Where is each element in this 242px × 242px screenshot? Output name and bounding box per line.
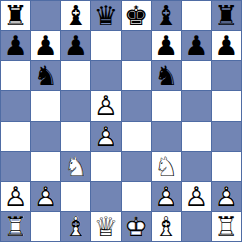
black-pawn-piece[interactable]: ♟ [64, 32, 88, 59]
black-king-icon: ♚ [124, 2, 148, 29]
square-c5[interactable] [61, 91, 90, 120]
square-c8[interactable]: ♝ [61, 1, 90, 30]
square-d5[interactable]: ♟♙ [91, 91, 120, 120]
square-f3[interactable]: ♞♘ [152, 152, 181, 181]
square-h7[interactable]: ♟ [212, 31, 241, 60]
square-d7[interactable] [91, 31, 120, 60]
square-g3[interactable] [182, 152, 211, 181]
square-e3[interactable] [122, 152, 151, 181]
square-d6[interactable] [91, 61, 120, 90]
square-c7[interactable]: ♟ [61, 31, 90, 60]
square-h8[interactable]: ♜ [212, 1, 241, 30]
white-pawn-piece[interactable]: ♟♙ [3, 183, 27, 210]
white-pawn-piece[interactable]: ♟♙ [184, 183, 208, 210]
square-b2[interactable]: ♟♙ [31, 182, 60, 211]
black-bishop-icon: ♝ [64, 2, 88, 29]
black-pawn-icon: ♟ [34, 32, 58, 59]
black-knight-piece[interactable]: ♞ [154, 62, 178, 89]
black-knight-piece[interactable]: ♞ [34, 62, 58, 89]
square-e6[interactable] [122, 61, 151, 90]
piece-outline-icon: ♙ [34, 183, 58, 210]
square-h2[interactable]: ♟♙ [212, 182, 241, 211]
square-f2[interactable]: ♟♙ [152, 182, 181, 211]
square-g1[interactable] [182, 212, 211, 241]
square-b1[interactable] [31, 212, 60, 241]
black-queen-icon: ♛ [94, 2, 118, 29]
square-a5[interactable] [1, 91, 30, 120]
black-knight-icon: ♞ [154, 62, 178, 89]
square-e5[interactable] [122, 91, 151, 120]
black-pawn-icon: ♟ [154, 32, 178, 59]
black-knight-icon: ♞ [34, 62, 58, 89]
piece-outline-icon: ♙ [94, 123, 118, 150]
square-h4[interactable] [212, 122, 241, 151]
square-h3[interactable] [212, 152, 241, 181]
square-e2[interactable] [122, 182, 151, 211]
square-h5[interactable] [212, 91, 241, 120]
chess-board: ♜♝♛♚♝♜♟♟♟♟♟♟♞♞♟♙♟♙♞♘♞♘♟♙♟♙♟♙♟♙♟♙♜♖♝♗♛♕♚♔… [0, 0, 242, 242]
square-b3[interactable] [31, 152, 60, 181]
square-d4[interactable]: ♟♙ [91, 122, 120, 151]
white-knight-piece[interactable]: ♞♘ [64, 153, 88, 180]
square-a6[interactable] [1, 61, 30, 90]
white-pawn-piece[interactable]: ♟♙ [94, 123, 118, 150]
black-rook-icon: ♜ [214, 2, 238, 29]
piece-outline-icon: ♘ [64, 153, 88, 180]
white-pawn-piece[interactable]: ♟♙ [34, 183, 58, 210]
square-e7[interactable] [122, 31, 151, 60]
white-queen-piece[interactable]: ♛♕ [94, 213, 118, 240]
square-a1[interactable]: ♜♖ [1, 212, 30, 241]
square-e1[interactable]: ♚♔ [122, 212, 151, 241]
square-a3[interactable] [1, 152, 30, 181]
white-king-piece[interactable]: ♚♔ [124, 213, 148, 240]
black-pawn-piece[interactable]: ♟ [34, 32, 58, 59]
white-rook-piece[interactable]: ♜♖ [214, 213, 238, 240]
square-c1[interactable]: ♝♗ [61, 212, 90, 241]
square-c4[interactable] [61, 122, 90, 151]
square-d8[interactable]: ♛ [91, 1, 120, 30]
black-bishop-piece[interactable]: ♝ [154, 2, 178, 29]
square-g4[interactable] [182, 122, 211, 151]
black-pawn-icon: ♟ [184, 32, 208, 59]
square-a7[interactable]: ♟ [1, 31, 30, 60]
square-b7[interactable]: ♟ [31, 31, 60, 60]
square-b5[interactable] [31, 91, 60, 120]
square-f1[interactable]: ♝♗ [152, 212, 181, 241]
white-rook-piece[interactable]: ♜♖ [3, 213, 27, 240]
square-a2[interactable]: ♟♙ [1, 182, 30, 211]
square-f4[interactable] [152, 122, 181, 151]
black-pawn-icon: ♟ [214, 32, 238, 59]
square-d2[interactable] [91, 182, 120, 211]
square-f7[interactable]: ♟ [152, 31, 181, 60]
piece-outline-icon: ♔ [124, 213, 148, 240]
black-pawn-icon: ♟ [64, 32, 88, 59]
piece-outline-icon: ♙ [154, 183, 178, 210]
black-bishop-piece[interactable]: ♝ [64, 2, 88, 29]
square-g5[interactable] [182, 91, 211, 120]
square-c6[interactable] [61, 61, 90, 90]
black-pawn-piece[interactable]: ♟ [214, 32, 238, 59]
white-pawn-piece[interactable]: ♟♙ [154, 183, 178, 210]
square-f6[interactable]: ♞ [152, 61, 181, 90]
square-g7[interactable]: ♟ [182, 31, 211, 60]
black-pawn-piece[interactable]: ♟ [3, 32, 27, 59]
black-bishop-icon: ♝ [154, 2, 178, 29]
square-h6[interactable] [212, 61, 241, 90]
square-g8[interactable] [182, 1, 211, 30]
black-pawn-piece[interactable]: ♟ [184, 32, 208, 59]
piece-outline-icon: ♗ [64, 213, 88, 240]
piece-outline-icon: ♙ [184, 183, 208, 210]
black-king-piece[interactable]: ♚ [124, 2, 148, 29]
black-queen-piece[interactable]: ♛ [94, 2, 118, 29]
white-bishop-piece[interactable]: ♝♗ [154, 213, 178, 240]
square-b8[interactable] [31, 1, 60, 30]
piece-outline-icon: ♗ [154, 213, 178, 240]
white-bishop-piece[interactable]: ♝♗ [64, 213, 88, 240]
white-pawn-piece[interactable]: ♟♙ [214, 183, 238, 210]
piece-outline-icon: ♙ [3, 183, 27, 210]
piece-outline-icon: ♘ [154, 153, 178, 180]
black-rook-piece[interactable]: ♜ [3, 2, 27, 29]
piece-outline-icon: ♕ [94, 213, 118, 240]
square-g6[interactable] [182, 61, 211, 90]
black-pawn-piece[interactable]: ♟ [154, 32, 178, 59]
square-b4[interactable] [31, 122, 60, 151]
square-c2[interactable] [61, 182, 90, 211]
square-b6[interactable]: ♞ [31, 61, 60, 90]
white-knight-piece[interactable]: ♞♘ [154, 153, 178, 180]
square-g2[interactable]: ♟♙ [182, 182, 211, 211]
piece-outline-icon: ♙ [94, 92, 118, 119]
piece-outline-icon: ♙ [214, 183, 238, 210]
square-d3[interactable] [91, 152, 120, 181]
square-f8[interactable]: ♝ [152, 1, 181, 30]
square-d1[interactable]: ♛♕ [91, 212, 120, 241]
black-pawn-icon: ♟ [3, 32, 27, 59]
piece-outline-icon: ♖ [214, 213, 238, 240]
square-h1[interactable]: ♜♖ [212, 212, 241, 241]
piece-outline-icon: ♖ [3, 213, 27, 240]
square-a8[interactable]: ♜ [1, 1, 30, 30]
square-e8[interactable]: ♚ [122, 1, 151, 30]
black-rook-piece[interactable]: ♜ [214, 2, 238, 29]
square-e4[interactable] [122, 122, 151, 151]
black-rook-icon: ♜ [3, 2, 27, 29]
square-c3[interactable]: ♞♘ [61, 152, 90, 181]
square-f5[interactable] [152, 91, 181, 120]
square-a4[interactable] [1, 122, 30, 151]
white-pawn-piece[interactable]: ♟♙ [94, 92, 118, 119]
